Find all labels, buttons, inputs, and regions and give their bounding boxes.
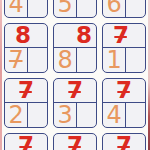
part-cell: 2 — [5, 103, 28, 127]
part-number: 6 — [106, 0, 121, 16]
part-number: 4 — [106, 103, 121, 127]
whole-section: 7 — [54, 79, 96, 102]
answer-cell — [77, 0, 96, 17]
worksheet-page: 456878871727374777 — [0, 0, 150, 150]
whole-number: 7 — [116, 79, 132, 102]
number-bond-card: 74 — [102, 78, 146, 128]
whole-section: 7 — [103, 134, 145, 150]
number-bond-card: 5 — [53, 0, 97, 18]
whole-number: 7 — [113, 24, 129, 47]
part-cell: 1 — [103, 48, 126, 72]
number-bond-card: 88 — [53, 23, 97, 73]
number-bond-card: 4 — [4, 0, 48, 18]
whole-section: 7 — [5, 79, 47, 102]
page-edge-stripe-left — [0, 0, 2, 150]
parts-section: 5 — [54, 0, 96, 17]
whole-section: 8 — [5, 24, 47, 47]
whole-number: 8 — [15, 24, 31, 47]
whole-section: 7 — [5, 134, 47, 150]
answer-cell — [126, 103, 145, 127]
answer-cell — [77, 48, 96, 72]
part-cell: 8 — [54, 48, 77, 72]
whole-number: 7 — [116, 134, 132, 150]
parts-section: 1 — [103, 47, 145, 72]
parts-section: 4 — [5, 0, 47, 17]
part-cell: 4 — [5, 0, 28, 17]
part-cell: 4 — [103, 103, 126, 127]
number-bond-card: 87 — [4, 23, 48, 73]
whole-number: 7 — [67, 79, 83, 102]
parts-section: 7 — [5, 47, 47, 72]
number-bond-card: 7 — [53, 133, 97, 150]
number-bond-cards-grid: 456878871727374777 — [4, 0, 146, 150]
number-bond-card: 71 — [102, 23, 146, 73]
whole-number: 7 — [67, 134, 83, 150]
number-bond-card: 73 — [53, 78, 97, 128]
parts-section: 8 — [54, 47, 96, 72]
whole-number: 7 — [18, 79, 34, 102]
part-cell: 5 — [54, 0, 77, 17]
answer-cell — [126, 0, 145, 17]
part-number: 5 — [57, 0, 72, 16]
whole-section: 8 — [54, 24, 96, 47]
part-cell: 3 — [54, 103, 77, 127]
parts-section: 2 — [5, 102, 47, 127]
parts-section: 4 — [103, 102, 145, 127]
answer-cell — [28, 103, 47, 127]
page-edge-stripe-right — [148, 0, 150, 150]
part-number: 3 — [57, 103, 72, 127]
whole-number: 8 — [76, 24, 92, 47]
whole-number: 7 — [18, 134, 34, 150]
answer-cell — [28, 48, 47, 72]
parts-section: 3 — [54, 102, 96, 127]
number-bond-card: 72 — [4, 78, 48, 128]
part-cell: 6 — [103, 0, 126, 17]
number-bond-card: 7 — [4, 133, 48, 150]
part-number: 4 — [8, 0, 23, 16]
part-number: 1 — [106, 48, 121, 72]
part-number: 2 — [8, 103, 23, 127]
number-bond-card: 6 — [102, 0, 146, 18]
part-number: 7 — [8, 48, 23, 72]
part-cell: 7 — [5, 48, 28, 72]
answer-cell — [77, 103, 96, 127]
parts-section: 6 — [103, 0, 145, 17]
whole-section: 7 — [54, 134, 96, 150]
part-number: 8 — [57, 48, 72, 72]
answer-cell — [126, 48, 145, 72]
answer-cell — [28, 0, 47, 17]
whole-section: 7 — [103, 24, 145, 47]
whole-section: 7 — [103, 79, 145, 102]
number-bond-card: 7 — [102, 133, 146, 150]
